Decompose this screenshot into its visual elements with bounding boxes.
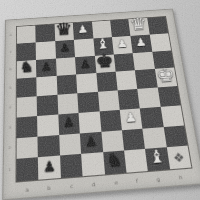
black-king-e6[interactable]: ♚ <box>95 52 115 71</box>
square-d7[interactable] <box>74 38 94 57</box>
black-knight-a6[interactable]: ♞ <box>19 60 34 76</box>
square-d6[interactable]: ♟ <box>75 55 96 74</box>
square-e4[interactable] <box>98 90 120 111</box>
black-knight-e1[interactable]: ♞ <box>105 151 123 170</box>
square-f7[interactable]: ♟ <box>112 36 133 54</box>
board-frame: ♛♟♛♟♝♟♟♞♟♟♚♚♟♟♟♟♞♝❖ 87654321 abcdefgh ··… <box>2 9 200 200</box>
square-f2[interactable] <box>122 128 146 151</box>
square-a1[interactable] <box>17 157 39 181</box>
square-g5[interactable] <box>135 69 157 89</box>
white-queen-g8[interactable]: ♛ <box>129 16 148 34</box>
square-d2[interactable]: ♟ <box>80 131 103 154</box>
black-pawn-c7[interactable]: ♟ <box>59 42 71 54</box>
square-g7[interactable]: ♟ <box>131 34 152 52</box>
black-pawn-d2[interactable]: ♟ <box>85 134 98 148</box>
rank-label-7: 7 <box>10 50 12 54</box>
square-c6[interactable] <box>56 57 76 76</box>
rank-label-4: 4 <box>9 105 11 109</box>
file-label-f: f <box>136 177 138 183</box>
square-f8[interactable] <box>110 19 131 37</box>
black-pawn-b6[interactable]: ♟ <box>41 60 53 72</box>
white-pawn-f7[interactable]: ♟ <box>116 38 128 49</box>
square-e6[interactable]: ♚ <box>94 54 115 73</box>
board-emblem: ❖ <box>172 151 185 164</box>
square-d3[interactable] <box>79 111 101 133</box>
square-c3[interactable]: ♟ <box>58 113 80 135</box>
file-label-b: b <box>48 184 51 190</box>
square-h1[interactable]: ❖ <box>166 146 191 169</box>
rank-label-8: 8 <box>10 33 12 37</box>
square-a2[interactable] <box>17 136 39 159</box>
square-c7[interactable]: ♟ <box>55 40 75 59</box>
square-h8[interactable] <box>147 17 168 35</box>
file-label-d: d <box>92 180 96 186</box>
square-d5[interactable] <box>76 73 97 93</box>
chess-board: ♛♟♛♟♝♟♟♞♟♟♚♚♟♟♟♟♞♝❖ 87654321 abcdefgh ··… <box>2 9 200 200</box>
black-pawn-d6[interactable]: ♟ <box>79 58 91 70</box>
square-b8[interactable] <box>36 24 55 42</box>
white-pawn-d8[interactable]: ♟ <box>77 24 88 35</box>
square-e1[interactable]: ♞ <box>103 151 127 175</box>
black-pawn-b1[interactable]: ♟ <box>43 159 56 174</box>
square-b3[interactable] <box>37 114 58 136</box>
square-e5[interactable] <box>96 72 118 92</box>
white-king-h5[interactable]: ♚ <box>155 65 176 85</box>
square-a5[interactable] <box>17 78 37 98</box>
rank-label-3: 3 <box>9 125 12 129</box>
white-pawn-g7[interactable]: ♟ <box>135 37 147 48</box>
square-f5[interactable] <box>116 70 138 90</box>
square-c1[interactable] <box>60 154 83 178</box>
file-label-e: e <box>114 179 118 185</box>
rank-label-5: 5 <box>9 86 11 90</box>
file-label-h: h <box>179 174 183 180</box>
square-b5[interactable] <box>37 76 58 96</box>
chessboard-photo: ♛♟♛♟♝♟♟♞♟♟♚♚♟♟♟♟♞♝❖ 87654321 abcdefgh ··… <box>0 0 200 200</box>
square-f6[interactable] <box>114 53 135 72</box>
board-grid[interactable]: ♛♟♛♟♝♟♟♞♟♟♚♚♟♟♟♟♞♝❖ <box>15 16 192 183</box>
square-g4[interactable] <box>137 87 160 108</box>
rank-label-1: 1 <box>8 167 11 172</box>
square-d8[interactable]: ♟ <box>73 22 93 40</box>
square-c5[interactable] <box>56 75 77 95</box>
square-a4[interactable] <box>17 96 38 117</box>
square-h2[interactable] <box>163 125 187 147</box>
square-a8[interactable] <box>17 26 36 44</box>
square-c4[interactable] <box>57 93 78 114</box>
black-queen-c8[interactable]: ♛ <box>55 21 73 39</box>
square-f1[interactable] <box>124 149 148 173</box>
square-b1[interactable]: ♟ <box>38 156 60 180</box>
square-h5[interactable]: ♚ <box>155 68 178 88</box>
square-e3[interactable] <box>99 110 122 132</box>
square-b7[interactable] <box>36 41 56 60</box>
square-f4[interactable] <box>118 89 140 110</box>
square-c8[interactable]: ♛ <box>54 23 74 41</box>
black-pawn-c3[interactable]: ♟ <box>63 115 76 129</box>
file-label-c: c <box>70 182 73 188</box>
rank-label-6: 6 <box>9 67 11 71</box>
file-label-g: g <box>157 175 161 181</box>
square-h3[interactable] <box>160 105 184 126</box>
file-label-a: a <box>25 186 28 192</box>
square-b2[interactable] <box>38 135 60 158</box>
rank-labels: 87654321 <box>5 26 15 181</box>
white-bishop-g1[interactable]: ♝ <box>148 147 166 166</box>
square-b4[interactable] <box>37 95 58 116</box>
square-f3[interactable]: ♟ <box>120 108 143 130</box>
square-a6[interactable]: ♞ <box>17 60 37 79</box>
square-g6[interactable] <box>133 51 155 70</box>
square-b6[interactable]: ♟ <box>36 58 56 77</box>
square-d1[interactable] <box>81 152 104 176</box>
square-d4[interactable] <box>77 92 99 113</box>
rank-label-2: 2 <box>9 146 12 151</box>
square-a3[interactable] <box>17 116 38 138</box>
square-g8[interactable]: ♛ <box>128 18 149 36</box>
square-c2[interactable] <box>59 133 81 156</box>
white-pawn-f3[interactable]: ♟ <box>124 111 137 124</box>
